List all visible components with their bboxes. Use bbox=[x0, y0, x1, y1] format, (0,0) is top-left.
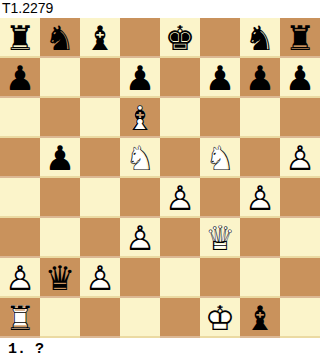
white-piece-outline-layer: ♙ bbox=[280, 138, 320, 178]
piece-white-pawn: ♟♙ bbox=[120, 218, 160, 258]
square-d5[interactable]: ♞♘ bbox=[120, 138, 160, 178]
black-piece-glyph: ♟ bbox=[240, 58, 280, 98]
square-d1[interactable] bbox=[120, 298, 160, 338]
white-piece-outline-layer: ♘ bbox=[120, 138, 160, 178]
square-f3[interactable]: ♛♕ bbox=[200, 218, 240, 258]
white-piece-fill-layer: ♟ bbox=[120, 218, 160, 258]
square-c5[interactable] bbox=[80, 138, 120, 178]
square-g1[interactable]: ♝ bbox=[240, 298, 280, 338]
square-c2[interactable]: ♟♙ bbox=[80, 258, 120, 298]
square-c8[interactable]: ♝ bbox=[80, 18, 120, 58]
white-piece-fill-layer: ♞ bbox=[200, 138, 240, 178]
square-b5[interactable]: ♟ bbox=[40, 138, 80, 178]
square-e3[interactable] bbox=[160, 218, 200, 258]
square-g8[interactable]: ♞ bbox=[240, 18, 280, 58]
piece-black-rook: ♜ bbox=[280, 18, 320, 58]
square-f6[interactable] bbox=[200, 98, 240, 138]
square-g5[interactable] bbox=[240, 138, 280, 178]
square-f8[interactable] bbox=[200, 18, 240, 58]
square-g7[interactable]: ♟ bbox=[240, 58, 280, 98]
square-e1[interactable] bbox=[160, 298, 200, 338]
square-f5[interactable]: ♞♘ bbox=[200, 138, 240, 178]
square-b2[interactable]: ♛ bbox=[40, 258, 80, 298]
white-piece-fill-layer: ♟ bbox=[160, 178, 200, 218]
square-f2[interactable] bbox=[200, 258, 240, 298]
piece-black-pawn: ♟ bbox=[40, 138, 80, 178]
piece-black-bishop: ♝ bbox=[240, 298, 280, 338]
square-b6[interactable] bbox=[40, 98, 80, 138]
square-f4[interactable] bbox=[200, 178, 240, 218]
piece-black-pawn: ♟ bbox=[0, 58, 40, 98]
chess-puzzle-app: T1.2279 ♜♞♝♚♞♜♟♟♟♟♟♝♗♟♞♘♞♘♟♙♟♙♟♙♟♙♛♕♟♙♛♟… bbox=[0, 0, 320, 360]
black-piece-glyph: ♜ bbox=[0, 18, 40, 58]
square-h4[interactable] bbox=[280, 178, 320, 218]
square-c3[interactable] bbox=[80, 218, 120, 258]
square-h2[interactable] bbox=[280, 258, 320, 298]
square-a6[interactable] bbox=[0, 98, 40, 138]
square-g6[interactable] bbox=[240, 98, 280, 138]
piece-black-pawn: ♟ bbox=[240, 58, 280, 98]
square-a1[interactable]: ♜♖ bbox=[0, 298, 40, 338]
square-c7[interactable] bbox=[80, 58, 120, 98]
square-h1[interactable] bbox=[280, 298, 320, 338]
piece-white-bishop: ♝♗ bbox=[120, 98, 160, 138]
square-e7[interactable] bbox=[160, 58, 200, 98]
piece-white-pawn: ♟♙ bbox=[160, 178, 200, 218]
piece-white-knight: ♞♘ bbox=[120, 138, 160, 178]
white-piece-fill-layer: ♜ bbox=[0, 298, 40, 338]
black-piece-glyph: ♜ bbox=[280, 18, 320, 58]
square-e4[interactable]: ♟♙ bbox=[160, 178, 200, 218]
puzzle-title: T1.2279 bbox=[0, 0, 320, 18]
square-g4[interactable]: ♟♙ bbox=[240, 178, 280, 218]
black-piece-glyph: ♟ bbox=[200, 58, 240, 98]
white-piece-fill-layer: ♚ bbox=[200, 298, 240, 338]
piece-white-knight: ♞♘ bbox=[200, 138, 240, 178]
white-piece-fill-layer: ♟ bbox=[0, 258, 40, 298]
piece-black-knight: ♞ bbox=[40, 18, 80, 58]
piece-white-pawn: ♟♙ bbox=[240, 178, 280, 218]
black-piece-glyph: ♝ bbox=[80, 18, 120, 58]
piece-white-pawn: ♟♙ bbox=[80, 258, 120, 298]
black-piece-glyph: ♟ bbox=[280, 58, 320, 98]
white-piece-outline-layer: ♕ bbox=[200, 218, 240, 258]
chess-board: ♜♞♝♚♞♜♟♟♟♟♟♝♗♟♞♘♞♘♟♙♟♙♟♙♟♙♛♕♟♙♛♟♙♜♖♚♔♝ bbox=[0, 18, 320, 338]
piece-black-bishop: ♝ bbox=[80, 18, 120, 58]
white-piece-outline-layer: ♙ bbox=[0, 258, 40, 298]
square-e8[interactable]: ♚ bbox=[160, 18, 200, 58]
piece-black-king: ♚ bbox=[160, 18, 200, 58]
piece-black-pawn: ♟ bbox=[280, 58, 320, 98]
white-piece-outline-layer: ♖ bbox=[0, 298, 40, 338]
square-d6[interactable]: ♝♗ bbox=[120, 98, 160, 138]
white-piece-fill-layer: ♞ bbox=[120, 138, 160, 178]
square-a5[interactable] bbox=[0, 138, 40, 178]
square-d3[interactable]: ♟♙ bbox=[120, 218, 160, 258]
square-b1[interactable] bbox=[40, 298, 80, 338]
square-a2[interactable]: ♟♙ bbox=[0, 258, 40, 298]
piece-white-pawn: ♟♙ bbox=[0, 258, 40, 298]
square-a3[interactable] bbox=[0, 218, 40, 258]
square-b7[interactable] bbox=[40, 58, 80, 98]
square-d4[interactable] bbox=[120, 178, 160, 218]
square-h7[interactable]: ♟ bbox=[280, 58, 320, 98]
white-piece-fill-layer: ♟ bbox=[280, 138, 320, 178]
square-f7[interactable]: ♟ bbox=[200, 58, 240, 98]
square-h5[interactable]: ♟♙ bbox=[280, 138, 320, 178]
white-piece-fill-layer: ♟ bbox=[240, 178, 280, 218]
piece-white-pawn: ♟♙ bbox=[280, 138, 320, 178]
white-piece-outline-layer: ♙ bbox=[80, 258, 120, 298]
piece-white-queen: ♛♕ bbox=[200, 218, 240, 258]
square-a7[interactable]: ♟ bbox=[0, 58, 40, 98]
white-piece-outline-layer: ♘ bbox=[200, 138, 240, 178]
square-e5[interactable] bbox=[160, 138, 200, 178]
square-h8[interactable]: ♜ bbox=[280, 18, 320, 58]
square-c6[interactable] bbox=[80, 98, 120, 138]
square-h6[interactable] bbox=[280, 98, 320, 138]
black-piece-glyph: ♟ bbox=[0, 58, 40, 98]
white-piece-fill-layer: ♝ bbox=[120, 98, 160, 138]
white-piece-outline-layer: ♙ bbox=[120, 218, 160, 258]
square-a8[interactable]: ♜ bbox=[0, 18, 40, 58]
square-b8[interactable]: ♞ bbox=[40, 18, 80, 58]
square-b3[interactable] bbox=[40, 218, 80, 258]
square-e2[interactable] bbox=[160, 258, 200, 298]
move-prompt: 1. ? bbox=[0, 338, 320, 360]
black-piece-glyph: ♟ bbox=[120, 58, 160, 98]
piece-black-queen: ♛ bbox=[40, 258, 80, 298]
black-piece-glyph: ♞ bbox=[40, 18, 80, 58]
square-f1[interactable]: ♚♔ bbox=[200, 298, 240, 338]
black-piece-glyph: ♚ bbox=[160, 18, 200, 58]
piece-black-knight: ♞ bbox=[240, 18, 280, 58]
black-piece-glyph: ♞ bbox=[240, 18, 280, 58]
square-d8[interactable] bbox=[120, 18, 160, 58]
square-g3[interactable] bbox=[240, 218, 280, 258]
white-piece-outline-layer: ♙ bbox=[160, 178, 200, 218]
square-e6[interactable] bbox=[160, 98, 200, 138]
white-piece-outline-layer: ♔ bbox=[200, 298, 240, 338]
square-c1[interactable] bbox=[80, 298, 120, 338]
piece-black-pawn: ♟ bbox=[120, 58, 160, 98]
white-piece-fill-layer: ♛ bbox=[200, 218, 240, 258]
square-d2[interactable] bbox=[120, 258, 160, 298]
square-d7[interactable]: ♟ bbox=[120, 58, 160, 98]
white-piece-outline-layer: ♙ bbox=[240, 178, 280, 218]
piece-white-king: ♚♔ bbox=[200, 298, 240, 338]
square-b4[interactable] bbox=[40, 178, 80, 218]
white-piece-fill-layer: ♟ bbox=[80, 258, 120, 298]
square-g2[interactable] bbox=[240, 258, 280, 298]
square-h3[interactable] bbox=[280, 218, 320, 258]
piece-white-rook: ♜♖ bbox=[0, 298, 40, 338]
white-piece-outline-layer: ♗ bbox=[120, 98, 160, 138]
black-piece-glyph: ♛ bbox=[40, 258, 80, 298]
square-a4[interactable] bbox=[0, 178, 40, 218]
square-c4[interactable] bbox=[80, 178, 120, 218]
piece-black-rook: ♜ bbox=[0, 18, 40, 58]
black-piece-glyph: ♟ bbox=[40, 138, 80, 178]
black-piece-glyph: ♝ bbox=[240, 298, 280, 338]
piece-black-pawn: ♟ bbox=[200, 58, 240, 98]
